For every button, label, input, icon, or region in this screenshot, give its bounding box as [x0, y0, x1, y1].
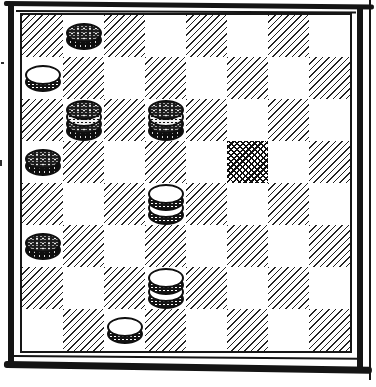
board-square-dark: [309, 141, 350, 183]
board-square-dark: [22, 267, 63, 309]
print-speck: [1, 62, 4, 64]
disc: [25, 149, 61, 177]
disc: [66, 23, 102, 51]
board-square-25[interactable]: [63, 267, 104, 309]
board-square-dark: [145, 57, 186, 99]
board-square-dark: [145, 309, 186, 351]
disc: [107, 317, 143, 345]
board-square-2[interactable]: [145, 15, 186, 57]
board-square-7[interactable]: [186, 57, 227, 99]
disc-upper: [148, 100, 184, 128]
checkers-board: [20, 13, 352, 353]
board-square-11[interactable]: [227, 99, 268, 141]
board-square-19[interactable]: [227, 183, 268, 225]
board-square-dark: [104, 99, 145, 141]
board-square-4[interactable]: [309, 15, 350, 57]
board-square-dark: [22, 15, 63, 57]
frame-right-bar: [357, 5, 363, 371]
board-square-dark: [186, 99, 227, 141]
board-square-13[interactable]: [22, 141, 63, 183]
board-square-6[interactable]: [104, 57, 145, 99]
board-square-20[interactable]: [309, 183, 350, 225]
board-square-dark: [22, 183, 63, 225]
board-square-dark: [227, 141, 268, 183]
board-square-14[interactable]: [104, 141, 145, 183]
board-square-15[interactable]: [186, 141, 227, 183]
board-square-dark: [104, 267, 145, 309]
board-square-1[interactable]: [63, 15, 104, 57]
board-square-dark: [227, 57, 268, 99]
board-square-8[interactable]: [268, 57, 309, 99]
board-square-dark: [63, 57, 104, 99]
board-square-18[interactable]: [145, 183, 186, 225]
board-square-dark: [63, 309, 104, 351]
board-square-dark: [145, 141, 186, 183]
board-square-dark: [104, 183, 145, 225]
board-square-23[interactable]: [186, 225, 227, 267]
disc-upper: [66, 100, 102, 128]
print-speck: [0, 160, 2, 166]
scanned-diagram-page: [0, 0, 376, 387]
board-square-dark: [227, 225, 268, 267]
board-square-dark: [268, 99, 309, 141]
board-square-dark: [268, 267, 309, 309]
board-square-dark: [309, 309, 350, 351]
black-man[interactable]: [25, 148, 61, 177]
disc-upper: [148, 268, 184, 296]
board-square-26[interactable]: [145, 267, 186, 309]
black-king[interactable]: [66, 100, 102, 141]
board-square-28[interactable]: [309, 267, 350, 309]
board-square-dark: [309, 225, 350, 267]
frame-bottom-bar: [4, 361, 372, 374]
white-king[interactable]: [148, 268, 184, 309]
white-man[interactable]: [107, 316, 143, 345]
board-square-9[interactable]: [63, 99, 104, 141]
board-square-dark: [186, 183, 227, 225]
board-square-27[interactable]: [227, 267, 268, 309]
board-square-dark: [186, 267, 227, 309]
board-square-dark: [186, 15, 227, 57]
board-square-dark: [104, 15, 145, 57]
board-square-32[interactable]: [268, 309, 309, 351]
board-square-31[interactable]: [186, 309, 227, 351]
board-square-12[interactable]: [309, 99, 350, 141]
frame-left-bar: [8, 3, 14, 366]
board-square-dark: [22, 99, 63, 141]
black-man[interactable]: [66, 22, 102, 51]
disc: [25, 65, 61, 93]
board-square-dark: [63, 225, 104, 267]
frame-right-outer-line: [369, 0, 371, 380]
board-square-3[interactable]: [227, 15, 268, 57]
frame-bottom-inner-line: [14, 355, 358, 360]
board-square-16[interactable]: [268, 141, 309, 183]
board-square-dark: [63, 141, 104, 183]
white-man[interactable]: [25, 64, 61, 93]
board-square-dark: [268, 15, 309, 57]
board-square-dark: [268, 183, 309, 225]
board-square-dark: [227, 309, 268, 351]
board-square-29[interactable]: [22, 309, 63, 351]
disc: [25, 233, 61, 261]
frame-top-bar: [4, 1, 374, 10]
board-square-10[interactable]: [145, 99, 186, 141]
board-square-21[interactable]: [22, 225, 63, 267]
board-square-dark: [145, 225, 186, 267]
black-man[interactable]: [25, 232, 61, 261]
black-king[interactable]: [148, 100, 184, 141]
board-square-24[interactable]: [268, 225, 309, 267]
disc-upper: [148, 184, 184, 212]
board-square-22[interactable]: [104, 225, 145, 267]
white-king[interactable]: [148, 184, 184, 225]
board-square-17[interactable]: [63, 183, 104, 225]
board-square-30[interactable]: [104, 309, 145, 351]
board-square-5[interactable]: [22, 57, 63, 99]
board-square-dark: [309, 57, 350, 99]
